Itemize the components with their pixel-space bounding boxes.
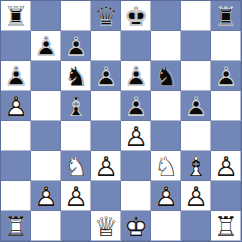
pawn-outline-icon: ♙: [1, 91, 31, 121]
queen-outline-icon: ♕: [91, 1, 121, 31]
square-b7[interactable]: ♟♙: [31, 31, 61, 61]
square-b4[interactable]: [31, 121, 61, 151]
square-e6[interactable]: ♟♙: [121, 61, 151, 91]
square-a8[interactable]: ♜♖: [1, 1, 31, 31]
bishop-outline-icon: ♗: [181, 151, 211, 181]
square-f1[interactable]: [151, 211, 181, 241]
pawn-outline-icon: ♙: [61, 31, 91, 61]
square-h3[interactable]: ♟♙: [211, 151, 241, 181]
square-h5[interactable]: [211, 91, 241, 121]
piece-black-pawn-a6[interactable]: ♟♙: [1, 61, 31, 91]
king-outline-icon: ♔: [121, 1, 151, 31]
king-outline-icon: ♔: [121, 211, 151, 241]
piece-white-king-e1[interactable]: ♚♔: [121, 211, 151, 241]
square-e4[interactable]: ♟♙: [121, 121, 151, 151]
square-g6[interactable]: [181, 61, 211, 91]
square-h7[interactable]: [211, 31, 241, 61]
piece-black-rook-a8[interactable]: ♜♖: [1, 1, 31, 31]
piece-white-bishop-g3[interactable]: ♝♗: [181, 151, 211, 181]
bishop-outline-icon: ♗: [61, 91, 91, 121]
piece-black-knight-c6[interactable]: ♞♘: [61, 61, 91, 91]
pawn-outline-icon: ♙: [211, 151, 241, 181]
square-g2[interactable]: ♟♙: [181, 181, 211, 211]
pawn-outline-icon: ♙: [181, 181, 211, 211]
piece-white-pawn-g2[interactable]: ♟♙: [181, 181, 211, 211]
square-e1[interactable]: ♚♔: [121, 211, 151, 241]
square-d1[interactable]: ♛♕: [91, 211, 121, 241]
square-h6[interactable]: ♟♙: [211, 61, 241, 91]
rook-outline-icon: ♖: [211, 1, 241, 31]
square-f7[interactable]: [151, 31, 181, 61]
piece-black-pawn-c7[interactable]: ♟♙: [61, 31, 91, 61]
square-f8[interactable]: [151, 1, 181, 31]
square-f5[interactable]: [151, 91, 181, 121]
pawn-outline-icon: ♙: [211, 61, 241, 91]
square-d5[interactable]: [91, 91, 121, 121]
piece-white-pawn-c2[interactable]: ♟♙: [61, 181, 91, 211]
piece-white-pawn-f2[interactable]: ♟♙: [151, 181, 181, 211]
square-c7[interactable]: ♟♙: [61, 31, 91, 61]
square-g1[interactable]: [181, 211, 211, 241]
piece-white-pawn-d3[interactable]: ♟♙: [91, 151, 121, 181]
square-g7[interactable]: [181, 31, 211, 61]
square-a3[interactable]: [1, 151, 31, 181]
pawn-outline-icon: ♙: [121, 91, 151, 121]
piece-black-pawn-e5[interactable]: ♟♙: [121, 91, 151, 121]
square-e8[interactable]: ♚♔: [121, 1, 151, 31]
pawn-outline-icon: ♙: [91, 151, 121, 181]
square-a6[interactable]: ♟♙: [1, 61, 31, 91]
square-b6[interactable]: [31, 61, 61, 91]
square-b2[interactable]: ♟♙: [31, 181, 61, 211]
square-c2[interactable]: ♟♙: [61, 181, 91, 211]
square-g3[interactable]: ♝♗: [181, 151, 211, 181]
chess-board: ♜♖♛♕♚♔♜♖♟♙♟♙♟♙♞♘♟♙♟♙♞♘♟♙♟♙♝♗♟♙♟♙♟♙♞♘♟♙♞♘…: [0, 0, 242, 242]
pawn-outline-icon: ♙: [31, 181, 61, 211]
square-a1[interactable]: ♜♖: [1, 211, 31, 241]
square-c4[interactable]: [61, 121, 91, 151]
piece-white-pawn-h3[interactable]: ♟♙: [211, 151, 241, 181]
piece-white-rook-h1[interactable]: ♜♖: [211, 211, 241, 241]
pawn-outline-icon: ♙: [121, 121, 151, 151]
square-c3[interactable]: ♞♘: [61, 151, 91, 181]
square-h4[interactable]: [211, 121, 241, 151]
square-e2[interactable]: [121, 181, 151, 211]
piece-black-pawn-e6[interactable]: ♟♙: [121, 61, 151, 91]
piece-black-pawn-d6[interactable]: ♟♙: [91, 61, 121, 91]
piece-black-pawn-g5[interactable]: ♟♙: [181, 91, 211, 121]
rook-outline-icon: ♖: [1, 211, 31, 241]
square-g4[interactable]: [181, 121, 211, 151]
piece-white-queen-d1[interactable]: ♛♕: [91, 211, 121, 241]
pawn-outline-icon: ♙: [31, 31, 61, 61]
square-f4[interactable]: [151, 121, 181, 151]
piece-black-rook-h8[interactable]: ♜♖: [211, 1, 241, 31]
square-e5[interactable]: ♟♙: [121, 91, 151, 121]
piece-white-pawn-e4[interactable]: ♟♙: [121, 121, 151, 151]
piece-black-bishop-c5[interactable]: ♝♗: [61, 91, 91, 121]
square-e7[interactable]: [121, 31, 151, 61]
piece-black-queen-d8[interactable]: ♛♕: [91, 1, 121, 31]
piece-white-knight-c3[interactable]: ♞♘: [61, 151, 91, 181]
square-f6[interactable]: ♞♘: [151, 61, 181, 91]
pawn-outline-icon: ♙: [61, 181, 91, 211]
queen-outline-icon: ♕: [91, 211, 121, 241]
square-h2[interactable]: [211, 181, 241, 211]
piece-white-knight-f3[interactable]: ♞♘: [151, 151, 181, 181]
square-f3[interactable]: ♞♘: [151, 151, 181, 181]
piece-white-pawn-a5[interactable]: ♟♙: [1, 91, 31, 121]
square-h1[interactable]: ♜♖: [211, 211, 241, 241]
knight-outline-icon: ♘: [61, 151, 91, 181]
square-a2[interactable]: [1, 181, 31, 211]
piece-white-pawn-b2[interactable]: ♟♙: [31, 181, 61, 211]
square-b3[interactable]: [31, 151, 61, 181]
rook-outline-icon: ♖: [1, 1, 31, 31]
square-b8[interactable]: [31, 1, 61, 31]
rook-outline-icon: ♖: [211, 211, 241, 241]
square-g8[interactable]: [181, 1, 211, 31]
square-d6[interactable]: ♟♙: [91, 61, 121, 91]
square-c6[interactable]: ♞♘: [61, 61, 91, 91]
square-a4[interactable]: [1, 121, 31, 151]
square-f2[interactable]: ♟♙: [151, 181, 181, 211]
pawn-outline-icon: ♙: [181, 91, 211, 121]
piece-black-knight-f6[interactable]: ♞♘: [151, 61, 181, 91]
square-c5[interactable]: ♝♗: [61, 91, 91, 121]
pawn-outline-icon: ♙: [121, 61, 151, 91]
square-d4[interactable]: [91, 121, 121, 151]
square-h8[interactable]: ♜♖: [211, 1, 241, 31]
square-c8[interactable]: [61, 1, 91, 31]
pawn-outline-icon: ♙: [1, 61, 31, 91]
square-d8[interactable]: ♛♕: [91, 1, 121, 31]
piece-black-king-e8[interactable]: ♚♔: [121, 1, 151, 31]
square-e3[interactable]: [121, 151, 151, 181]
piece-white-rook-a1[interactable]: ♜♖: [1, 211, 31, 241]
pawn-outline-icon: ♙: [91, 61, 121, 91]
square-d2[interactable]: [91, 181, 121, 211]
pawn-outline-icon: ♙: [151, 181, 181, 211]
square-d7[interactable]: [91, 31, 121, 61]
knight-outline-icon: ♘: [151, 61, 181, 91]
square-a7[interactable]: [1, 31, 31, 61]
square-b1[interactable]: [31, 211, 61, 241]
square-a5[interactable]: ♟♙: [1, 91, 31, 121]
knight-outline-icon: ♘: [151, 151, 181, 181]
square-g5[interactable]: ♟♙: [181, 91, 211, 121]
square-c1[interactable]: [61, 211, 91, 241]
piece-black-pawn-b7[interactable]: ♟♙: [31, 31, 61, 61]
square-b5[interactable]: [31, 91, 61, 121]
piece-black-pawn-h6[interactable]: ♟♙: [211, 61, 241, 91]
square-d3[interactable]: ♟♙: [91, 151, 121, 181]
knight-outline-icon: ♘: [61, 61, 91, 91]
